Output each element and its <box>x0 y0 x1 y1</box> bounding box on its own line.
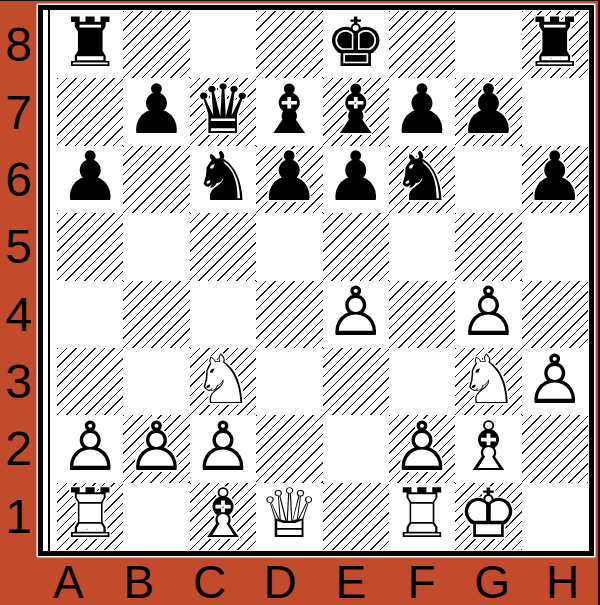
white-pawn: ♙ <box>522 346 588 413</box>
rank-label-4: 4 <box>0 281 37 348</box>
square-h1[interactable] <box>522 483 588 550</box>
square-e3[interactable] <box>323 348 389 415</box>
square-b3[interactable] <box>123 348 189 415</box>
inner-frame-line <box>48 10 50 551</box>
white-knight-fill: ♞ <box>190 346 256 413</box>
black-pawn: ♟ <box>455 76 521 143</box>
file-label-b: B <box>104 559 175 604</box>
black-pawn: ♟ <box>123 76 189 143</box>
white-pawn-fill: ♟ <box>123 413 189 480</box>
square-a1[interactable]: ♜♖ <box>57 483 123 550</box>
chess-diagram: 87654321 ♜♚♜♟♛♝♝♟♟♟♞♟♟♞♟♟♙♟♙♞♘♞♘♟♙♟♙♟♙♟♙… <box>0 0 600 605</box>
white-knight: ♘ <box>455 346 521 413</box>
black-knight: ♞ <box>190 144 256 211</box>
board-frame: ♜♚♜♟♛♝♝♟♟♟♞♟♟♞♟♟♙♟♙♞♘♞♘♟♙♟♙♟♙♟♙♟♙♝♗♜♖♝♗♛… <box>38 5 594 556</box>
file-label-c: C <box>174 559 245 604</box>
square-h2[interactable] <box>522 415 588 482</box>
square-h4[interactable] <box>522 281 588 348</box>
square-e1[interactable] <box>323 483 389 550</box>
white-pawn-fill: ♟ <box>455 279 521 346</box>
square-d1[interactable]: ♛♕ <box>256 483 322 550</box>
black-pawn: ♟ <box>323 144 389 211</box>
square-g3[interactable]: ♞♘ <box>455 348 521 415</box>
square-f8[interactable] <box>389 11 455 78</box>
square-c5[interactable] <box>190 213 256 280</box>
white-pawn-fill: ♟ <box>389 413 455 480</box>
square-b5[interactable] <box>123 213 189 280</box>
square-f6[interactable]: ♞ <box>389 146 455 213</box>
white-pawn: ♙ <box>323 279 389 346</box>
white-knight: ♘ <box>190 346 256 413</box>
white-bishop-fill: ♝ <box>190 481 256 548</box>
square-g8[interactable] <box>455 11 521 78</box>
white-bishop: ♗ <box>455 413 521 480</box>
white-pawn: ♙ <box>190 413 256 480</box>
file-label-a: A <box>33 559 104 604</box>
square-f5[interactable] <box>389 213 455 280</box>
black-king: ♚ <box>323 9 389 76</box>
file-label-g: G <box>457 559 528 604</box>
square-a8[interactable]: ♜ <box>57 11 123 78</box>
black-bishop: ♝ <box>256 76 322 143</box>
square-a6[interactable]: ♟ <box>57 146 123 213</box>
square-b6[interactable] <box>123 146 189 213</box>
square-g4[interactable]: ♟♙ <box>455 281 521 348</box>
white-rook: ♖ <box>57 481 123 548</box>
file-labels: ABCDEFGH <box>33 559 598 604</box>
square-b8[interactable] <box>123 11 189 78</box>
square-e5[interactable] <box>323 213 389 280</box>
file-label-d: D <box>245 559 316 604</box>
white-queen-fill: ♛ <box>256 481 322 548</box>
rank-label-1: 1 <box>0 483 37 550</box>
square-f3[interactable] <box>389 348 455 415</box>
square-c3[interactable]: ♞♘ <box>190 348 256 415</box>
square-h6[interactable]: ♟ <box>522 146 588 213</box>
white-rook-fill: ♜ <box>57 481 123 548</box>
white-king-fill: ♚ <box>455 481 521 548</box>
square-a2[interactable]: ♟♙ <box>57 415 123 482</box>
square-c4[interactable] <box>190 281 256 348</box>
square-g7[interactable]: ♟ <box>455 78 521 145</box>
black-rook: ♜ <box>57 9 123 76</box>
square-a4[interactable] <box>57 281 123 348</box>
white-pawn: ♙ <box>455 279 521 346</box>
square-b4[interactable] <box>123 281 189 348</box>
square-h5[interactable] <box>522 213 588 280</box>
white-pawn: ♙ <box>57 413 123 480</box>
square-d4[interactable] <box>256 281 322 348</box>
square-c2[interactable]: ♟♙ <box>190 415 256 482</box>
rank-label-5: 5 <box>0 213 37 280</box>
white-pawn: ♙ <box>389 413 455 480</box>
square-d5[interactable] <box>256 213 322 280</box>
square-a3[interactable] <box>57 348 123 415</box>
rank-label-2: 2 <box>0 415 37 482</box>
square-f4[interactable] <box>389 281 455 348</box>
square-h8[interactable]: ♜ <box>522 11 588 78</box>
white-pawn-fill: ♟ <box>190 413 256 480</box>
white-rook-fill: ♜ <box>389 481 455 548</box>
square-e4[interactable]: ♟♙ <box>323 281 389 348</box>
square-b7[interactable]: ♟ <box>123 78 189 145</box>
file-label-h: H <box>527 559 598 604</box>
square-c6[interactable]: ♞ <box>190 146 256 213</box>
square-f7[interactable]: ♟ <box>389 78 455 145</box>
square-e2[interactable] <box>323 415 389 482</box>
square-e7[interactable]: ♝ <box>323 78 389 145</box>
black-bishop: ♝ <box>323 76 389 143</box>
square-d2[interactable] <box>256 415 322 482</box>
square-b2[interactable]: ♟♙ <box>123 415 189 482</box>
square-h7[interactable] <box>522 78 588 145</box>
white-pawn-fill: ♟ <box>57 413 123 480</box>
black-rook: ♜ <box>522 9 588 76</box>
square-d3[interactable] <box>256 348 322 415</box>
square-d8[interactable] <box>256 11 322 78</box>
black-pawn: ♟ <box>522 144 588 211</box>
square-d7[interactable]: ♝ <box>256 78 322 145</box>
rank-labels: 87654321 <box>0 11 37 550</box>
square-c7[interactable]: ♛ <box>190 78 256 145</box>
square-e6[interactable]: ♟ <box>323 146 389 213</box>
square-h3[interactable]: ♟♙ <box>522 348 588 415</box>
square-g6[interactable] <box>455 146 521 213</box>
square-g5[interactable] <box>455 213 521 280</box>
square-d6[interactable]: ♟ <box>256 146 322 213</box>
white-bishop-fill: ♝ <box>455 413 521 480</box>
board: ♜♚♜♟♛♝♝♟♟♟♞♟♟♞♟♟♙♟♙♞♘♞♘♟♙♟♙♟♙♟♙♟♙♝♗♜♖♝♗♛… <box>57 11 588 550</box>
black-pawn: ♟ <box>57 144 123 211</box>
black-pawn: ♟ <box>256 144 322 211</box>
white-pawn: ♙ <box>123 413 189 480</box>
white-pawn-fill: ♟ <box>323 279 389 346</box>
square-e8[interactable]: ♚ <box>323 11 389 78</box>
white-bishop: ♗ <box>190 481 256 548</box>
square-c8[interactable] <box>190 11 256 78</box>
square-g1[interactable]: ♚♔ <box>455 483 521 550</box>
rank-label-7: 7 <box>0 78 37 145</box>
file-label-e: E <box>316 559 387 604</box>
rank-label-6: 6 <box>0 146 37 213</box>
white-king: ♔ <box>455 481 521 548</box>
black-knight: ♞ <box>389 144 455 211</box>
black-queen: ♛ <box>190 76 256 143</box>
square-g2[interactable]: ♝♗ <box>455 415 521 482</box>
square-f1[interactable]: ♜♖ <box>389 483 455 550</box>
file-label-f: F <box>386 559 457 604</box>
square-f2[interactable]: ♟♙ <box>389 415 455 482</box>
white-rook: ♖ <box>389 481 455 548</box>
white-pawn-fill: ♟ <box>522 346 588 413</box>
white-queen: ♕ <box>256 481 322 548</box>
rank-label-8: 8 <box>0 11 37 78</box>
square-a7[interactable] <box>57 78 123 145</box>
square-b1[interactable] <box>123 483 189 550</box>
square-a5[interactable] <box>57 213 123 280</box>
square-c1[interactable]: ♝♗ <box>190 483 256 550</box>
black-pawn: ♟ <box>389 76 455 143</box>
white-knight-fill: ♞ <box>455 346 521 413</box>
rank-label-3: 3 <box>0 348 37 415</box>
